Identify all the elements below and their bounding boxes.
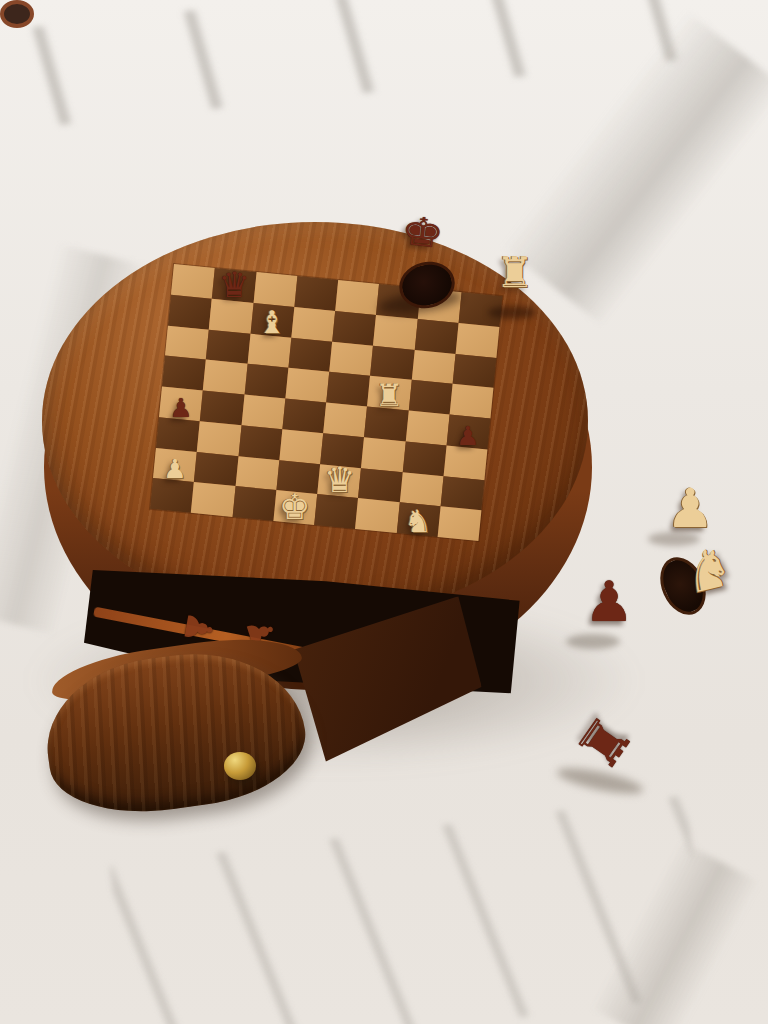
marble-vein: [529, 807, 768, 1024]
square-b4[interactable]: [200, 390, 244, 425]
square-h2[interactable]: [440, 476, 484, 511]
square-e8[interactable]: [335, 280, 379, 315]
square-b8[interactable]: ♛: [212, 268, 256, 303]
square-a2[interactable]: ♟: [153, 448, 197, 483]
square-c3[interactable]: [238, 425, 282, 460]
square-f2[interactable]: [358, 468, 402, 503]
square-g1[interactable]: ♞: [396, 502, 440, 537]
square-g5[interactable]: [408, 380, 452, 415]
square-c1[interactable]: [232, 486, 276, 521]
drawer-knob[interactable]: [224, 752, 256, 780]
piece-white-bishop-c7[interactable]: ♝: [258, 306, 286, 337]
square-a5[interactable]: [162, 356, 206, 391]
square-h7[interactable]: [455, 323, 499, 358]
piece-white-queen-e2[interactable]: ♛: [324, 463, 355, 498]
square-a4[interactable]: ♟: [159, 386, 203, 421]
square-d5[interactable]: [285, 368, 329, 403]
square-h5[interactable]: [449, 384, 493, 419]
marble-vein: [110, 795, 710, 1024]
marble-vein: [0, 0, 768, 133]
square-f3[interactable]: [361, 437, 405, 472]
white-pawn-on-marble[interactable]: ♟: [666, 482, 714, 536]
square-g6[interactable]: [411, 349, 455, 384]
piece-white-rook-f5[interactable]: ♜: [375, 380, 403, 411]
square-f5[interactable]: ♜: [367, 376, 411, 411]
square-d4[interactable]: [282, 398, 326, 433]
square-e4[interactable]: [323, 403, 367, 438]
square-d8[interactable]: [294, 276, 338, 311]
square-b6[interactable]: [206, 329, 250, 364]
square-f1[interactable]: [355, 498, 399, 533]
square-b2[interactable]: [194, 452, 238, 487]
piece-black-pawn-h4[interactable]: ♟: [456, 423, 479, 449]
rim-rook-shadow: [488, 306, 536, 319]
piece-white-knight-g1[interactable]: ♞: [404, 506, 432, 537]
square-b3[interactable]: [197, 421, 241, 456]
square-f7[interactable]: [373, 315, 417, 350]
square-d3[interactable]: [279, 429, 323, 464]
chess-board: ♛♝♜♟♟♟♛♚♞: [150, 264, 502, 541]
square-a7[interactable]: [168, 295, 212, 330]
square-c8[interactable]: [253, 272, 297, 307]
square-g4[interactable]: [405, 411, 449, 446]
square-d1[interactable]: ♚: [273, 490, 317, 525]
square-g3[interactable]: [402, 441, 446, 476]
piece-white-pawn-a2[interactable]: ♟: [163, 456, 186, 482]
square-c7[interactable]: ♝: [250, 303, 294, 338]
square-h6[interactable]: [452, 353, 496, 388]
square-a8[interactable]: [171, 264, 215, 299]
square-e2[interactable]: ♛: [317, 464, 361, 499]
fallen-black-king[interactable]: ♚: [399, 210, 446, 254]
piece-black-queen-b8[interactable]: ♛: [218, 268, 249, 303]
piece-shadow: [566, 634, 620, 649]
square-c5[interactable]: [244, 364, 288, 399]
square-b1[interactable]: [191, 482, 235, 517]
square-c2[interactable]: [235, 456, 279, 491]
square-e7[interactable]: [332, 311, 376, 346]
square-f6[interactable]: [370, 345, 414, 380]
square-h4[interactable]: ♟: [446, 415, 490, 450]
square-g2[interactable]: [399, 472, 443, 507]
square-e6[interactable]: [329, 341, 373, 376]
square-c4[interactable]: [241, 394, 285, 429]
piece-black-pawn-a4[interactable]: ♟: [169, 395, 192, 421]
square-g7[interactable]: [414, 319, 458, 354]
square-h1[interactable]: [437, 506, 481, 541]
piece-white-king-d1[interactable]: ♚: [279, 490, 310, 525]
square-e5[interactable]: [326, 372, 370, 407]
scene: ♟ ♟ ♛♝♜♟♟♟♛♚♞ ♚ ♜ ♟ ♞ ♟ ♜: [0, 0, 768, 1024]
square-a6[interactable]: [165, 325, 209, 360]
drawer-piece-base: [0, 0, 34, 28]
square-d6[interactable]: [288, 337, 332, 372]
black-pawn-on-marble[interactable]: ♟: [584, 574, 634, 630]
square-d7[interactable]: [291, 307, 335, 342]
square-b5[interactable]: [203, 360, 247, 395]
white-rook-on-rim[interactable]: ♜: [496, 252, 534, 294]
